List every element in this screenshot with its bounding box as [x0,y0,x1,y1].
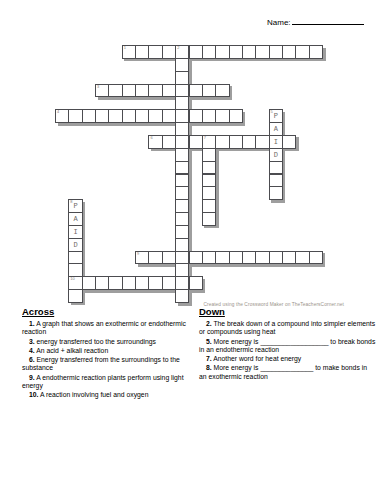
grid-cell[interactable] [108,276,122,290]
clue-number: 6 [150,136,152,141]
grid-cell[interactable] [282,45,296,59]
grid-cell[interactable] [255,251,269,265]
grid-cell[interactable] [95,109,109,123]
grid-cell[interactable] [269,45,283,59]
cell-letter: I [69,226,81,238]
clue: 4. An acid + alkali reaction [22,347,196,355]
grid-cell[interactable] [229,135,243,149]
grid-cell[interactable] [175,109,189,123]
grid-cell[interactable] [202,174,216,188]
grid-cell[interactable] [162,251,176,265]
grid-cell[interactable] [229,45,243,59]
clue-number: 1 [124,46,126,51]
grid-cell[interactable] [229,109,243,123]
grid-cell[interactable] [148,251,162,265]
clue-list-number: 8. [206,364,212,371]
grid-cell[interactable] [175,71,189,85]
cell-letter: D [69,239,81,251]
grid-cell[interactable] [202,212,216,226]
grid-cell[interactable] [162,276,176,290]
cell-letter: A [270,123,282,135]
grid-cell[interactable] [202,148,216,162]
grid-cell[interactable]: 4 [55,109,69,123]
grid-cell[interactable]: 7 [202,135,216,149]
grid-cell[interactable] [135,276,149,290]
grid-cell[interactable]: D [269,148,283,162]
worksheet-page: Name: 12345PA67ID8PAID910 Created using … [0,0,386,500]
clue-list-number: 10. [29,391,38,398]
grid-cell[interactable] [189,109,203,123]
grid-cell[interactable] [189,276,203,290]
clue-number: 4 [57,110,59,115]
clue-list-number: 9. [29,374,35,381]
grid-cell[interactable] [202,45,216,59]
clue-list-number: 4. [29,347,35,354]
grid-cell[interactable]: 9 [135,251,149,265]
grid-cell[interactable] [202,199,216,213]
across-heading: Across [22,306,196,317]
grid-cell[interactable] [122,109,136,123]
grid-cell[interactable] [229,251,243,265]
grid-cell[interactable] [82,109,96,123]
grid-cell[interactable] [175,212,189,226]
grid-cell[interactable] [202,251,216,265]
grid-cell[interactable] [175,251,189,265]
grid-cell[interactable]: 8P [68,199,82,213]
grid-cell[interactable] [148,45,162,59]
across-clues-section: Across 1. A graph that shows an exotherm… [22,306,196,401]
grid-cell[interactable] [68,109,82,123]
clue-list-number: 2. [206,320,212,327]
grid-cell[interactable] [175,289,189,303]
clue: 10. A reaction involving fuel and oxygen [22,391,196,399]
grid-cell[interactable] [82,276,96,290]
grid-cell[interactable] [202,84,216,98]
grid-cell[interactable] [189,84,203,98]
grid-cell[interactable] [162,135,176,149]
clue-number: 9 [137,252,139,257]
down-heading: Down [199,306,376,317]
grid-cell[interactable] [215,45,229,59]
clue: 9. A endothermic reaction plants perform… [22,374,196,391]
grid-cell[interactable] [135,109,149,123]
grid-cell[interactable] [309,45,323,59]
grid-cell[interactable] [282,251,296,265]
grid-cell[interactable] [242,251,256,265]
crossword-grid: 12345PA67ID8PAID910 [0,0,386,310]
grid-cell[interactable]: 6 [148,135,162,149]
grid-cell[interactable] [255,135,269,149]
grid-cell[interactable] [175,276,189,290]
grid-cell[interactable] [269,186,283,200]
down-clues-section: Down 2. The break down of a compound int… [199,306,376,382]
grid-cell[interactable]: I [68,225,82,239]
grid-cell[interactable] [148,84,162,98]
grid-cell[interactable] [175,135,189,149]
grid-cell[interactable] [175,58,189,72]
grid-cell[interactable] [215,251,229,265]
grid-cell[interactable] [202,109,216,123]
across-clue-list: 1. A graph that shows an exothermic or e… [22,320,196,400]
grid-cell[interactable] [135,45,149,59]
clue-number: 3 [97,85,99,90]
grid-cell[interactable] [175,225,189,239]
grid-cell[interactable] [175,174,189,188]
grid-cell[interactable] [122,276,136,290]
grid-cell[interactable] [68,289,82,303]
clue-list-number: 3. [29,338,35,345]
grid-cell[interactable] [202,186,216,200]
clue: 1. A graph that shows an exothermic or e… [22,320,196,337]
clue-list-number: 1. [29,320,35,327]
grid-cell[interactable] [175,186,189,200]
grid-cell[interactable] [148,276,162,290]
clue-number: 10 [70,277,74,282]
clue: 5. More energy is __________________ to … [199,338,376,355]
clue: 8. More energy is ______________ to make… [199,364,376,381]
grid-cell[interactable] [175,96,189,110]
cell-letter: A [69,213,81,225]
grid-cell[interactable] [189,45,203,59]
clue: 3. energy transferred too the surroundin… [22,338,196,346]
grid-cell[interactable] [175,263,189,277]
grid-cell[interactable] [189,251,203,265]
cell-letter: I [270,136,282,148]
grid-cell[interactable] [215,135,229,149]
grid-cell[interactable] [162,84,176,98]
grid-cell[interactable] [68,251,82,265]
grid-cell[interactable] [175,199,189,213]
grid-cell[interactable] [309,251,323,265]
grid-cell[interactable]: D [68,238,82,252]
cell-letter: P [270,110,282,122]
grid-cell[interactable] [242,135,256,149]
grid-cell[interactable] [295,45,309,59]
clue-number: 2 [177,46,179,51]
grid-cell[interactable] [175,238,189,252]
grid-cell[interactable]: A [68,212,82,226]
grid-cell[interactable] [295,251,309,265]
grid-cell[interactable]: A [269,122,283,136]
grid-cell[interactable] [162,109,176,123]
grid-cell[interactable] [162,45,176,59]
grid-cell[interactable] [255,45,269,59]
grid-cell[interactable] [202,161,216,175]
clue-list-number: 7. [206,355,212,362]
grid-cell[interactable] [189,135,203,149]
grid-cell[interactable]: 3 [95,84,109,98]
grid-cell[interactable] [242,45,256,59]
grid-cell[interactable] [108,84,122,98]
grid-cell[interactable] [108,109,122,123]
clue-list-number: 5. [206,338,212,345]
grid-cell[interactable] [175,84,189,98]
grid-cell[interactable]: 2 [175,45,189,59]
grid-cell[interactable] [135,84,149,98]
clue-number: 7 [204,136,206,141]
clue-list-number: 6. [29,356,35,363]
clue: 7. Another word for heat energy [199,355,376,363]
grid-cell[interactable]: 1 [122,45,136,59]
clue: 2. The break down of a compound into sim… [199,320,376,337]
grid-cell[interactable]: 10 [68,276,82,290]
grid-cell[interactable]: 5P [269,109,283,123]
grid-cell[interactable] [175,122,189,136]
grid-cell[interactable]: I [269,135,283,149]
grid-cell[interactable] [175,161,189,175]
grid-cell[interactable] [269,174,283,188]
grid-cell[interactable] [175,148,189,162]
grid-cell[interactable] [95,276,109,290]
grid-cell[interactable] [282,135,296,149]
down-clue-list: 2. The break down of a compound into sim… [199,320,376,381]
grid-cell[interactable] [148,109,162,123]
grid-cell[interactable] [215,84,229,98]
clue: 6. Energy transferred from the surroundi… [22,356,196,373]
grid-cell[interactable] [269,251,283,265]
grid-cell[interactable] [215,109,229,123]
cell-letter: D [270,149,282,161]
grid-cell[interactable] [269,161,283,175]
cell-letter: P [69,200,81,212]
grid-cell[interactable] [122,84,136,98]
grid-cell[interactable] [68,263,82,277]
